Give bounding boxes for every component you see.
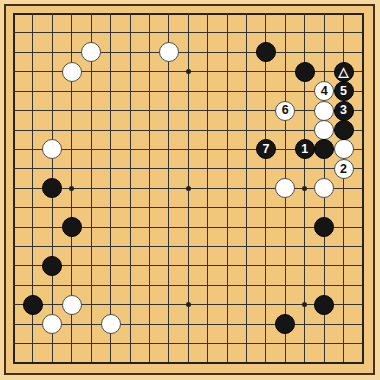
star-point — [302, 186, 307, 191]
black-stone — [23, 295, 43, 315]
grid-line-horizontal — [13, 343, 365, 344]
white-stone — [62, 295, 82, 315]
grid-line-horizontal — [13, 265, 365, 266]
white-stone — [334, 139, 354, 159]
move-6-stone: 6 — [275, 101, 295, 121]
black-stone — [62, 217, 82, 237]
grid-line-vertical — [246, 13, 247, 365]
black-stone — [334, 120, 354, 140]
move-5-stone: 5 — [334, 81, 354, 101]
go-kifu-diagram: △1234567 — [0, 0, 380, 380]
star-point — [186, 186, 191, 191]
grid-line-vertical — [207, 13, 208, 365]
star-point — [186, 69, 191, 74]
triangle-mark-icon: △ — [339, 65, 349, 78]
black-stone — [314, 295, 334, 315]
black-stone — [295, 62, 315, 82]
move-2-stone: 2 — [334, 159, 354, 179]
grid-line-horizontal — [13, 324, 365, 325]
white-stone — [314, 101, 334, 121]
grid-line-horizontal — [13, 362, 365, 364]
grid-line-vertical — [265, 13, 266, 365]
white-stone — [101, 314, 121, 334]
triangle-marked-stone: △ — [334, 62, 354, 82]
star-point — [69, 186, 74, 191]
grid-line-vertical — [362, 13, 364, 365]
move-3-stone: 3 — [334, 101, 354, 121]
star-point — [186, 302, 191, 307]
grid-line-horizontal — [13, 285, 365, 286]
grid-line-vertical — [227, 13, 228, 365]
grid-line-horizontal — [13, 207, 365, 208]
white-stone — [62, 62, 82, 82]
grid-line-horizontal — [13, 246, 365, 247]
